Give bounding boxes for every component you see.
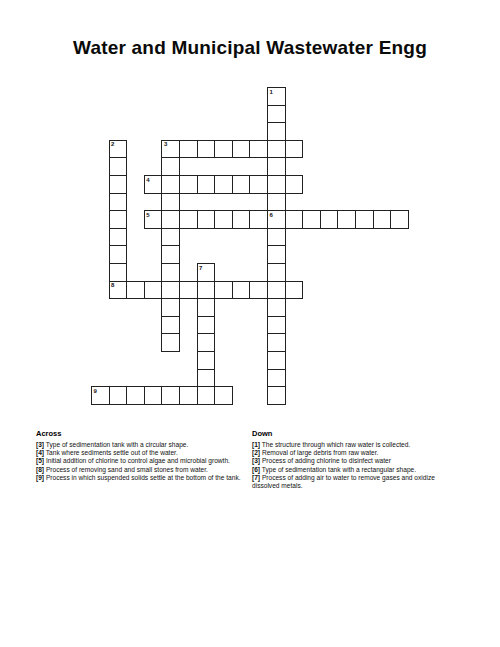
grid-cell[interactable]: 7 <box>197 263 216 282</box>
cell-number: 2 <box>111 141 114 147</box>
grid-cell[interactable] <box>214 210 233 229</box>
grid-cell[interactable] <box>267 263 286 282</box>
grid-cell[interactable] <box>320 210 339 229</box>
clue-number-label: [6] <box>252 466 260 473</box>
grid-cell[interactable] <box>197 333 216 352</box>
grid-cell[interactable] <box>267 298 286 317</box>
clue-item: [4] Tank where sediments settle out of t… <box>36 449 248 457</box>
clue-number-label: [5] <box>36 457 44 464</box>
cell-number: 1 <box>270 89 273 95</box>
grid-cell[interactable] <box>267 316 286 335</box>
grid-cell[interactable] <box>232 281 251 300</box>
grid-cell[interactable] <box>337 210 356 229</box>
grid-cell[interactable]: 3 <box>161 140 180 159</box>
clue-number-label: [7] <box>252 474 260 481</box>
grid-cell[interactable] <box>267 157 286 176</box>
grid-cell[interactable] <box>267 351 286 370</box>
grid-cell[interactable] <box>161 263 180 282</box>
grid-cell[interactable] <box>373 210 392 229</box>
grid-cell[interactable] <box>197 281 216 300</box>
grid-cell[interactable] <box>285 175 304 194</box>
clue-item: [2] Removal of large debris from raw wat… <box>252 449 453 457</box>
down-clues-section: Down [1] The structure through which raw… <box>252 430 453 490</box>
crossword-grid: 128345679 <box>91 87 409 405</box>
grid-cell[interactable] <box>161 298 180 317</box>
clue-number-label: [3] <box>252 457 260 464</box>
grid-cell[interactable] <box>232 175 251 194</box>
clue-number-label: [8] <box>36 466 44 473</box>
grid-cell[interactable] <box>249 281 268 300</box>
grid-cell[interactable] <box>109 245 128 264</box>
grid-cell[interactable] <box>267 122 286 141</box>
grid-cell[interactable] <box>126 281 145 300</box>
grid-cell[interactable] <box>179 175 198 194</box>
grid-cell[interactable] <box>267 245 286 264</box>
grid-cell[interactable] <box>214 386 233 405</box>
clue-number-label: [4] <box>36 449 44 456</box>
grid-cell[interactable] <box>179 140 198 159</box>
grid-cell[interactable] <box>267 228 286 247</box>
grid-cell[interactable] <box>179 386 198 405</box>
grid-cell[interactable]: 6 <box>267 210 286 229</box>
grid-cell[interactable] <box>161 281 180 300</box>
grid-cell[interactable] <box>285 210 304 229</box>
grid-cell[interactable] <box>249 175 268 194</box>
grid-cell[interactable]: 2 <box>109 140 128 159</box>
grid-cell[interactable] <box>197 316 216 335</box>
grid-cell[interactable] <box>197 386 216 405</box>
grid-cell[interactable]: 5 <box>144 210 163 229</box>
grid-cell[interactable] <box>390 210 409 229</box>
clue-item: [5] Initial addition of chlorine to cont… <box>36 457 248 465</box>
grid-cell[interactable] <box>267 333 286 352</box>
grid-cell[interactable] <box>197 140 216 159</box>
grid-cell[interactable] <box>144 386 163 405</box>
grid-cell[interactable] <box>285 140 304 159</box>
grid-cell[interactable] <box>267 386 286 405</box>
cell-number: 5 <box>146 212 149 218</box>
grid-cell[interactable]: 9 <box>91 386 110 405</box>
grid-cell[interactable] <box>109 210 128 229</box>
grid-cell[interactable]: 8 <box>109 281 128 300</box>
cell-number: 4 <box>146 177 149 183</box>
grid-cell[interactable] <box>267 175 286 194</box>
grid-cell[interactable] <box>109 386 128 405</box>
grid-cell[interactable] <box>161 228 180 247</box>
grid-cell[interactable] <box>197 351 216 370</box>
grid-cell[interactable] <box>161 245 180 264</box>
grid-cell[interactable] <box>161 157 180 176</box>
grid-cell[interactable] <box>179 210 198 229</box>
grid-cell[interactable] <box>232 210 251 229</box>
clue-number-label: [9] <box>36 474 44 481</box>
down-header: Down <box>252 430 453 438</box>
grid-cell[interactable] <box>355 210 374 229</box>
grid-cell[interactable] <box>161 386 180 405</box>
clue-item: [3] Type of sedimentation tank with a ci… <box>36 441 248 449</box>
grid-cell[interactable] <box>161 333 180 352</box>
grid-cell[interactable] <box>197 369 216 388</box>
cell-number: 8 <box>111 282 114 288</box>
grid-cell[interactable] <box>109 175 128 194</box>
down-clue-list: [1] The structure through which raw wate… <box>252 441 453 490</box>
grid-cell[interactable] <box>144 281 163 300</box>
grid-cell[interactable] <box>267 193 286 212</box>
cell-number: 3 <box>164 141 167 147</box>
grid-cell[interactable] <box>109 193 128 212</box>
cell-number: 7 <box>199 265 202 271</box>
grid-cell[interactable] <box>161 193 180 212</box>
grid-cell[interactable] <box>267 369 286 388</box>
across-clue-list: [3] Type of sedimentation tank with a ci… <box>36 441 248 483</box>
clue-item: [9] Process in which suspended solids se… <box>36 474 248 482</box>
across-clues-section: Across [3] Type of sedimentation tank wi… <box>36 430 248 483</box>
grid-cell[interactable] <box>197 210 216 229</box>
grid-cell[interactable]: 4 <box>144 175 163 194</box>
grid-cell[interactable] <box>109 228 128 247</box>
grid-cell[interactable] <box>126 386 145 405</box>
clue-number-label: [1] <box>252 441 260 448</box>
clue-item: [6] Type of sedimentation tank with a re… <box>252 466 453 474</box>
grid-cell[interactable] <box>197 298 216 317</box>
grid-cell[interactable] <box>267 281 286 300</box>
across-header: Across <box>36 430 248 438</box>
grid-cell[interactable] <box>161 175 180 194</box>
clue-item: [3] Process of adding chlorine to disinf… <box>252 457 453 465</box>
grid-cell[interactable] <box>179 281 198 300</box>
puzzle-title: Water and Municipal Wastewater Engg <box>0 37 500 59</box>
clue-number-label: [2] <box>252 449 260 456</box>
grid-cell[interactable] <box>249 140 268 159</box>
cell-number: 9 <box>94 388 97 394</box>
grid-cell[interactable] <box>214 281 233 300</box>
grid-cell[interactable] <box>267 105 286 124</box>
grid-cell[interactable] <box>109 263 128 282</box>
grid-cell[interactable] <box>249 210 268 229</box>
clue-item: [8] Process of removing sand and small s… <box>36 466 248 474</box>
grid-cell[interactable] <box>161 316 180 335</box>
grid-cell[interactable] <box>285 281 304 300</box>
grid-cell[interactable] <box>161 210 180 229</box>
grid-cell[interactable] <box>302 210 321 229</box>
grid-cell[interactable]: 1 <box>267 87 286 106</box>
clue-number-label: [3] <box>36 441 44 448</box>
grid-cell[interactable] <box>267 140 286 159</box>
grid-cell[interactable] <box>214 175 233 194</box>
grid-cell[interactable] <box>214 140 233 159</box>
clue-item: [1] The structure through which raw wate… <box>252 441 453 449</box>
grid-cell[interactable] <box>109 157 128 176</box>
grid-cell[interactable] <box>197 175 216 194</box>
clue-item: [7] Process of adding air to water to re… <box>252 474 453 490</box>
cell-number: 6 <box>270 212 273 218</box>
grid-cell[interactable] <box>232 140 251 159</box>
